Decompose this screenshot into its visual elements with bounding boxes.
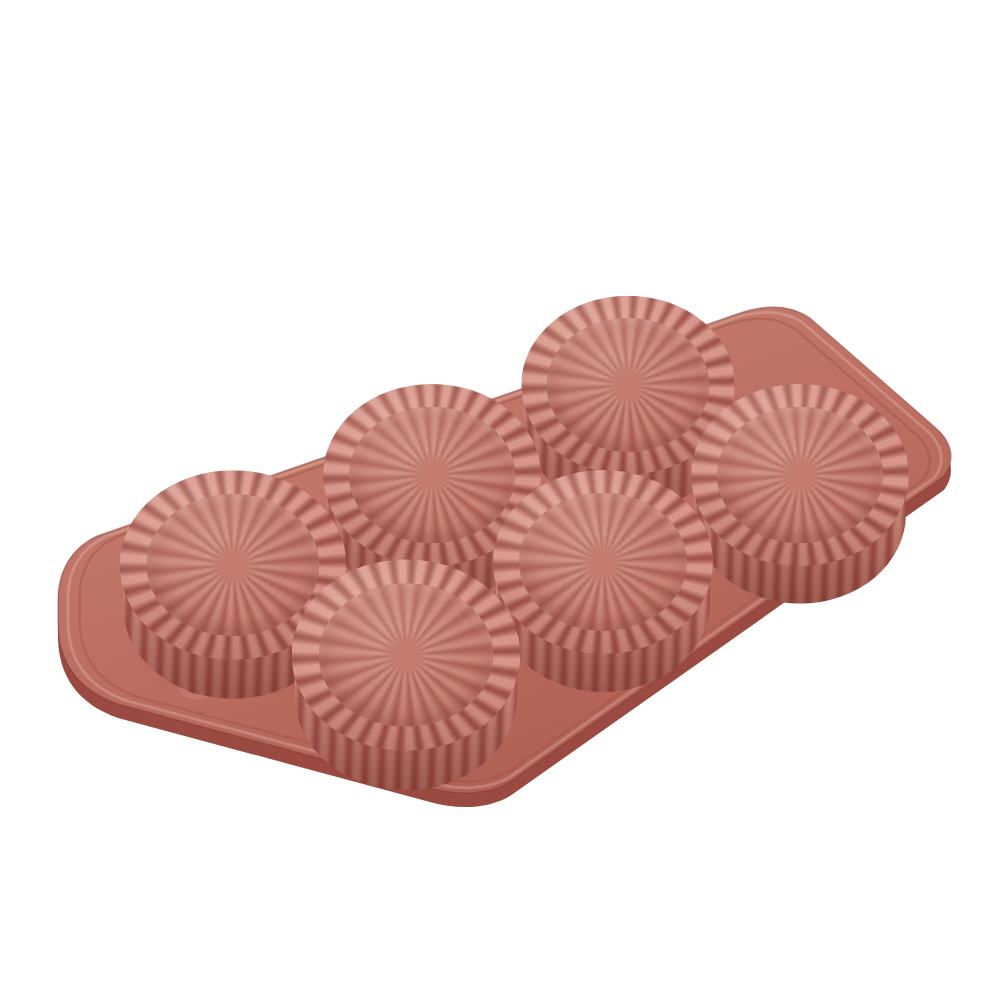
mold-sunburst-disc <box>319 583 494 727</box>
mold-cavity-4-center <box>493 470 713 654</box>
mold-sunburst-disc <box>349 407 515 544</box>
mold-cavity-3-back-right <box>691 384 909 566</box>
molds-layer <box>0 0 1000 1000</box>
mold-sunburst-disc <box>717 407 883 544</box>
mold-cavity-6-front-center <box>292 559 521 750</box>
mold-sunburst-disc <box>547 318 710 452</box>
mold-sunburst-disc <box>519 493 687 631</box>
product-photo <box>0 0 1000 1000</box>
